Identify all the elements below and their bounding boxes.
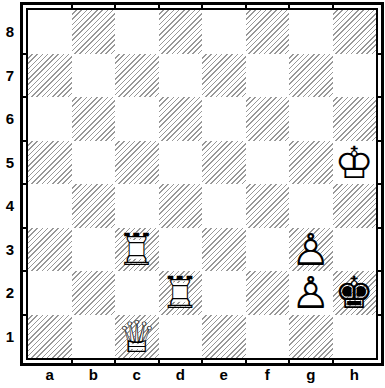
square-c6[interactable] xyxy=(115,97,159,141)
square-d2[interactable]: ♜♖ xyxy=(159,271,203,315)
white-king-icon: ♔ xyxy=(335,141,374,185)
file-labels: abcdefgh xyxy=(28,364,376,386)
border-tick xyxy=(245,360,247,363)
square-e5[interactable] xyxy=(202,141,246,185)
square-d3[interactable] xyxy=(159,228,203,272)
black-king[interactable]: ♚ xyxy=(333,271,377,315)
square-e6[interactable] xyxy=(202,97,246,141)
square-d8[interactable] xyxy=(159,10,203,54)
file-label: d xyxy=(159,364,203,386)
square-b5[interactable] xyxy=(72,141,116,185)
board-frame: ♚♔♜♖♟♙♜♖♟♙♚♛♕ xyxy=(20,2,384,366)
rank-label: 1 xyxy=(2,315,18,359)
square-e1[interactable] xyxy=(202,315,246,359)
rank-label: 3 xyxy=(2,228,18,272)
border-tick xyxy=(23,183,26,185)
square-a3[interactable] xyxy=(28,228,72,272)
square-a8[interactable] xyxy=(28,10,72,54)
file-label: b xyxy=(72,364,116,386)
board-inner: ♚♔♜♖♟♙♜♖♟♙♚♛♕ xyxy=(26,8,378,360)
border-tick xyxy=(23,140,26,142)
white-rook[interactable]: ♜♖ xyxy=(115,228,159,272)
square-a4[interactable] xyxy=(28,184,72,228)
border-tick xyxy=(378,270,381,272)
square-a5[interactable] xyxy=(28,141,72,185)
square-g6[interactable] xyxy=(289,97,333,141)
border-tick xyxy=(23,314,26,316)
square-a6[interactable] xyxy=(28,97,72,141)
border-tick xyxy=(201,360,203,363)
square-a2[interactable] xyxy=(28,271,72,315)
rank-label: 8 xyxy=(2,10,18,54)
border-tick xyxy=(245,5,247,8)
border-tick xyxy=(23,96,26,98)
rank-labels: 87654321 xyxy=(2,10,18,358)
square-c4[interactable] xyxy=(115,184,159,228)
square-f4[interactable] xyxy=(246,184,290,228)
border-tick xyxy=(158,5,160,8)
square-f5[interactable] xyxy=(246,141,290,185)
square-b7[interactable] xyxy=(72,54,116,98)
border-tick xyxy=(71,360,73,363)
square-g8[interactable] xyxy=(289,10,333,54)
square-b4[interactable] xyxy=(72,184,116,228)
square-e7[interactable] xyxy=(202,54,246,98)
border-tick xyxy=(378,314,381,316)
square-d6[interactable] xyxy=(159,97,203,141)
file-label: a xyxy=(28,364,72,386)
square-d4[interactable] xyxy=(159,184,203,228)
square-g2[interactable]: ♟♙ xyxy=(289,271,333,315)
border-tick xyxy=(158,360,160,363)
square-g5[interactable] xyxy=(289,141,333,185)
white-king[interactable]: ♚♔ xyxy=(333,141,377,185)
square-g7[interactable] xyxy=(289,54,333,98)
square-a1[interactable] xyxy=(28,315,72,359)
square-c8[interactable] xyxy=(115,10,159,54)
rank-label: 6 xyxy=(2,97,18,141)
border-tick xyxy=(23,53,26,55)
square-d5[interactable] xyxy=(159,141,203,185)
file-label: h xyxy=(333,364,377,386)
file-label: f xyxy=(246,364,290,386)
square-f6[interactable] xyxy=(246,97,290,141)
square-g3[interactable]: ♟♙ xyxy=(289,228,333,272)
white-pawn-icon: ♙ xyxy=(291,271,330,315)
square-e2[interactable] xyxy=(202,271,246,315)
border-tick xyxy=(288,5,290,8)
rank-label: 7 xyxy=(2,54,18,98)
white-pawn[interactable]: ♟♙ xyxy=(289,228,333,272)
rank-label: 4 xyxy=(2,184,18,228)
border-tick xyxy=(378,227,381,229)
square-a7[interactable] xyxy=(28,54,72,98)
white-pawn[interactable]: ♟♙ xyxy=(289,271,333,315)
square-b1[interactable] xyxy=(72,315,116,359)
chess-board: ♚♔♜♖♟♙♜♖♟♙♚♛♕ xyxy=(28,10,376,358)
file-label: c xyxy=(115,364,159,386)
border-tick xyxy=(23,270,26,272)
square-f8[interactable] xyxy=(246,10,290,54)
square-h5[interactable]: ♚♔ xyxy=(333,141,377,185)
square-c3[interactable]: ♜♖ xyxy=(115,228,159,272)
border-tick xyxy=(201,5,203,8)
white-queen[interactable]: ♛♕ xyxy=(115,315,159,359)
square-h1[interactable] xyxy=(333,315,377,359)
square-b8[interactable] xyxy=(72,10,116,54)
border-tick xyxy=(378,183,381,185)
rank-label: 5 xyxy=(2,141,18,185)
border-tick xyxy=(378,96,381,98)
border-tick xyxy=(288,360,290,363)
square-c7[interactable] xyxy=(115,54,159,98)
square-d1[interactable] xyxy=(159,315,203,359)
border-tick xyxy=(23,227,26,229)
square-b3[interactable] xyxy=(72,228,116,272)
square-b2[interactable] xyxy=(72,271,116,315)
border-tick xyxy=(378,140,381,142)
border-tick xyxy=(114,360,116,363)
white-queen-icon: ♕ xyxy=(117,315,156,359)
square-h6[interactable] xyxy=(333,97,377,141)
white-rook-icon: ♖ xyxy=(161,271,200,315)
border-tick xyxy=(114,5,116,8)
white-rook-icon: ♖ xyxy=(117,228,156,272)
square-h2[interactable]: ♚ xyxy=(333,271,377,315)
square-g4[interactable] xyxy=(289,184,333,228)
square-c2[interactable] xyxy=(115,271,159,315)
square-h4[interactable] xyxy=(333,184,377,228)
square-f1[interactable] xyxy=(246,315,290,359)
square-e4[interactable] xyxy=(202,184,246,228)
square-h8[interactable] xyxy=(333,10,377,54)
square-f2[interactable] xyxy=(246,271,290,315)
border-tick xyxy=(71,5,73,8)
rank-label: 2 xyxy=(2,271,18,315)
square-d7[interactable] xyxy=(159,54,203,98)
border-tick xyxy=(332,360,334,363)
file-label: g xyxy=(289,364,333,386)
square-h3[interactable] xyxy=(333,228,377,272)
border-tick xyxy=(378,53,381,55)
square-c5[interactable] xyxy=(115,141,159,185)
square-f3[interactable] xyxy=(246,228,290,272)
white-pawn-icon: ♙ xyxy=(291,228,330,272)
chess-diagram: 87654321 ♚♔♜♖♟♙♜♖♟♙♚♛♕ abcdefgh xyxy=(0,0,385,388)
square-c1[interactable]: ♛♕ xyxy=(115,315,159,359)
square-f7[interactable] xyxy=(246,54,290,98)
border-tick xyxy=(332,5,334,8)
square-e3[interactable] xyxy=(202,228,246,272)
file-label: e xyxy=(202,364,246,386)
square-e8[interactable] xyxy=(202,10,246,54)
square-b6[interactable] xyxy=(72,97,116,141)
square-g1[interactable] xyxy=(289,315,333,359)
square-h7[interactable] xyxy=(333,54,377,98)
black-king-icon: ♚ xyxy=(335,271,374,315)
white-rook[interactable]: ♜♖ xyxy=(159,271,203,315)
